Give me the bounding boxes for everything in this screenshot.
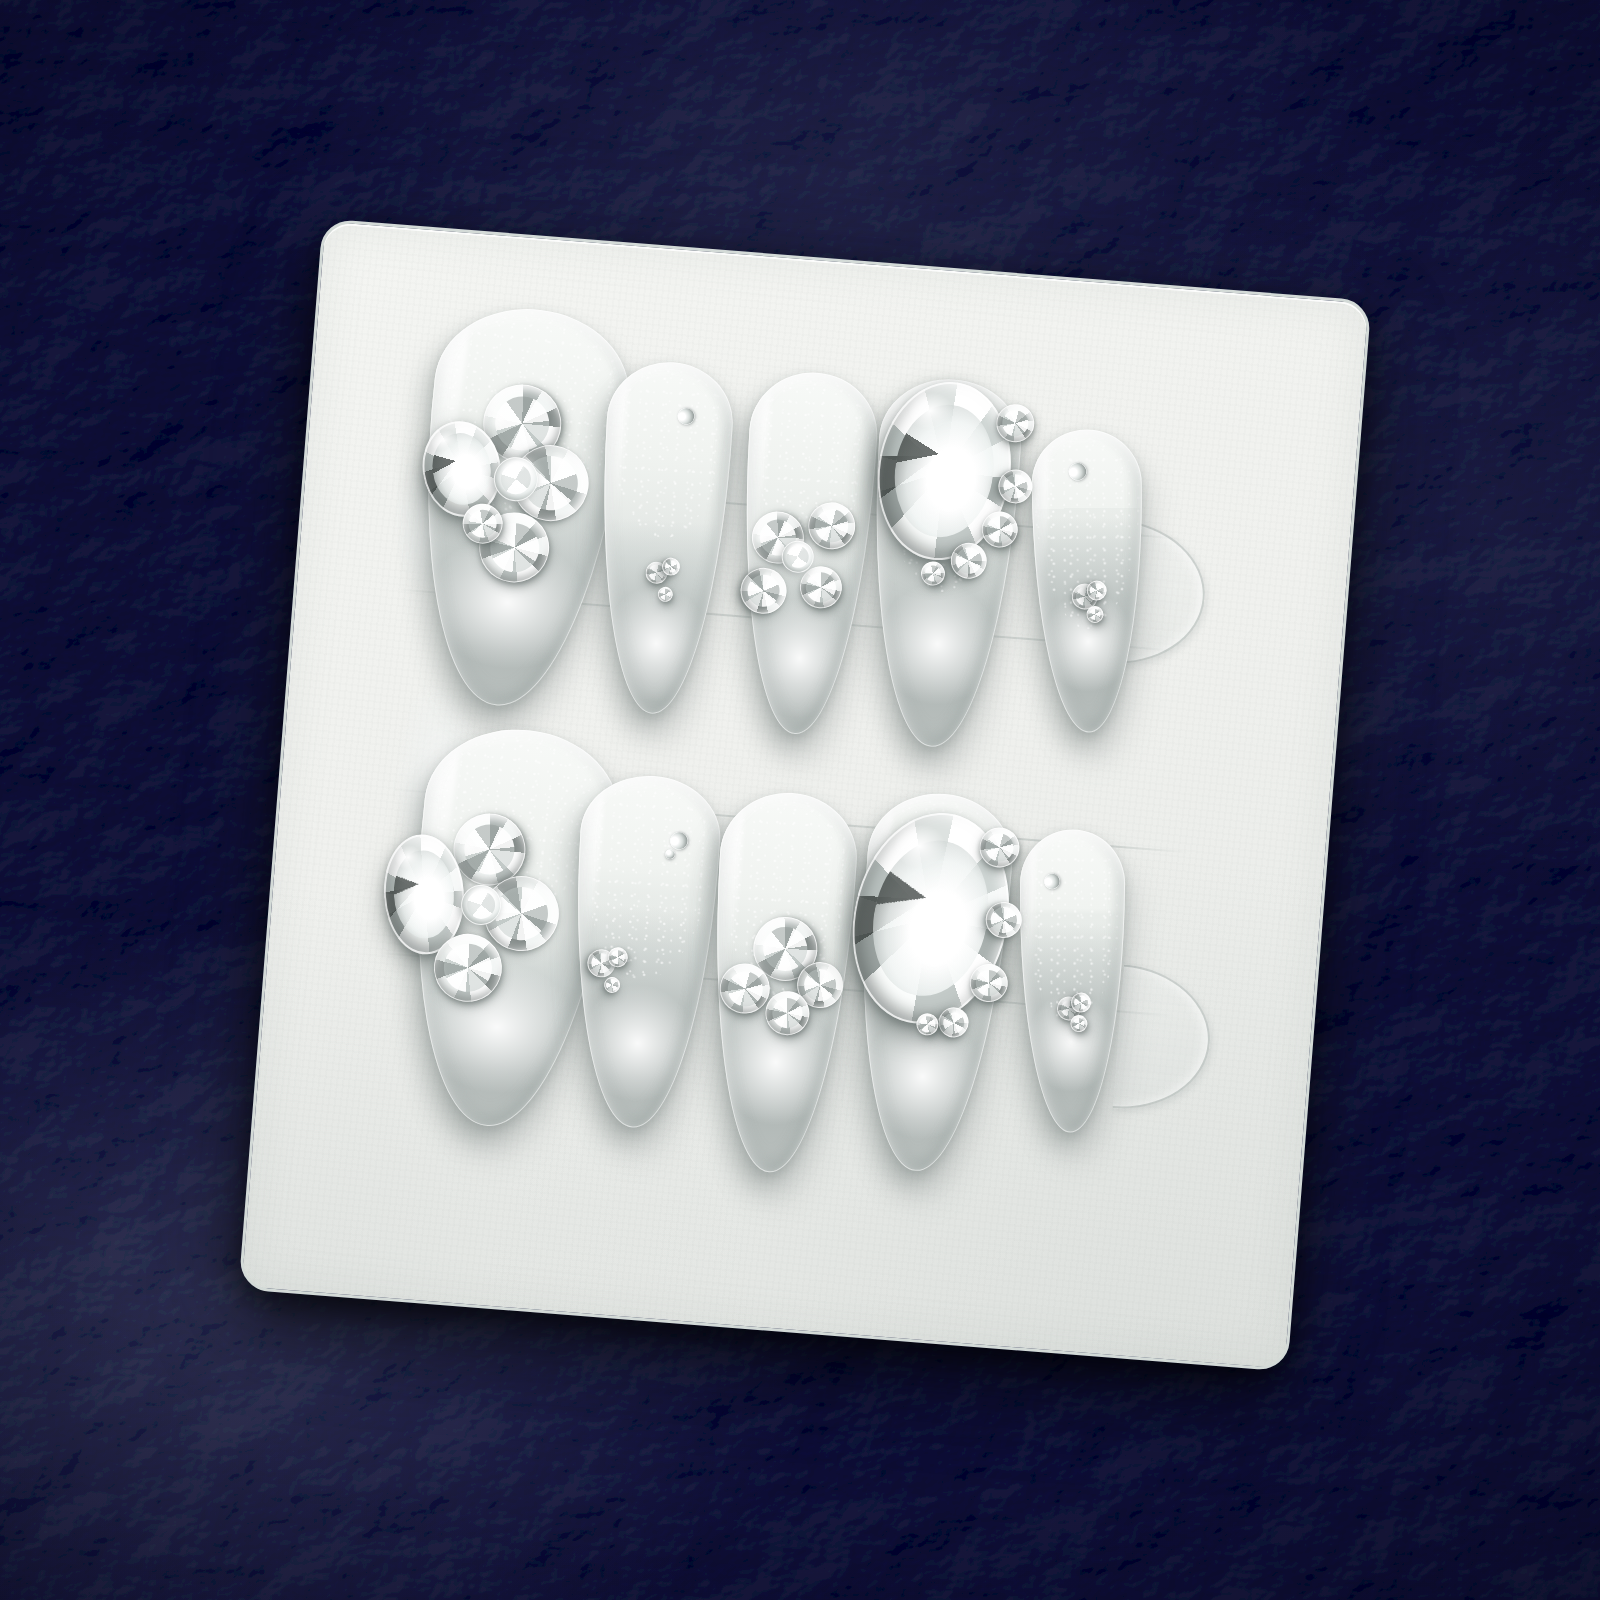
display-card (238, 218, 1371, 1371)
rhinestone-dot (1066, 460, 1091, 485)
rhinestone-dot (1041, 870, 1063, 892)
nail-top-3-decorations (731, 369, 881, 738)
rhinestone-gem (656, 585, 675, 604)
nail-bottom-4-decorations (843, 788, 1017, 1176)
rhinestone-gem (807, 501, 857, 551)
product-photo (0, 0, 1600, 1600)
adhesive-tab (1112, 965, 1215, 1116)
rhinestone-dot (675, 404, 699, 428)
nail-top-5-decorations (1031, 429, 1144, 733)
nail-top-4-decorations (861, 375, 1025, 751)
rhinestone-dot (665, 849, 676, 860)
nail-bottom-5-decorations (1018, 829, 1126, 1133)
rhinestone-gem (917, 557, 950, 590)
nail-bottom-2-decorations (563, 772, 724, 1132)
nail-top-2-decorations (589, 359, 736, 718)
nail-bottom-3-decorations (701, 789, 861, 1177)
